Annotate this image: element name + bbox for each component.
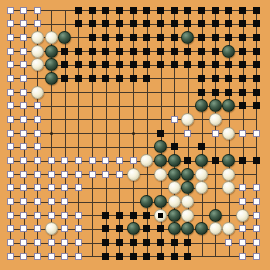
white-territory-marker	[20, 225, 27, 232]
black-territory-marker	[212, 75, 219, 82]
black-territory-marker	[102, 239, 109, 246]
black-stone	[195, 222, 208, 235]
white-territory-marker	[253, 198, 260, 205]
white-territory-marker	[7, 253, 14, 260]
white-territory-marker	[7, 225, 14, 232]
white-territory-marker	[20, 253, 27, 260]
black-territory-marker	[212, 20, 219, 27]
black-stone	[181, 31, 194, 44]
white-territory-marker	[75, 239, 82, 246]
black-territory-marker	[253, 34, 260, 41]
black-territory-marker	[253, 102, 260, 109]
white-stone	[209, 113, 222, 126]
black-territory-marker	[75, 75, 82, 82]
white-territory-marker	[7, 116, 14, 123]
white-territory-marker	[89, 171, 96, 178]
black-territory-marker	[102, 61, 109, 68]
black-stone	[168, 168, 181, 181]
white-territory-marker	[75, 253, 82, 260]
black-territory-marker	[61, 48, 68, 55]
white-territory-marker	[239, 184, 246, 191]
black-territory-marker	[116, 253, 123, 260]
white-territory-marker	[61, 225, 68, 232]
white-territory-marker	[7, 75, 14, 82]
white-stone	[236, 209, 249, 222]
black-stone	[45, 58, 58, 71]
black-territory-marker	[171, 253, 178, 260]
white-territory-marker	[7, 198, 14, 205]
black-territory-marker	[253, 61, 260, 68]
white-stone	[154, 168, 167, 181]
black-territory-marker	[225, 34, 232, 41]
black-territory-marker	[157, 239, 164, 246]
white-stone	[222, 168, 235, 181]
white-territory-marker	[75, 157, 82, 164]
white-stone	[31, 58, 44, 71]
black-territory-marker	[198, 61, 205, 68]
white-territory-marker	[34, 20, 41, 27]
white-territory-marker	[20, 75, 27, 82]
black-territory-marker	[225, 7, 232, 14]
black-territory-marker	[157, 48, 164, 55]
black-stone	[181, 168, 194, 181]
white-territory-marker	[75, 184, 82, 191]
white-territory-marker	[7, 61, 14, 68]
black-stone	[222, 154, 235, 167]
black-territory-marker	[89, 61, 96, 68]
black-territory-marker	[130, 239, 137, 246]
black-stone	[58, 31, 71, 44]
white-territory-marker	[61, 212, 68, 219]
black-territory-marker	[130, 253, 137, 260]
black-territory-marker	[89, 34, 96, 41]
black-territory-marker	[143, 253, 150, 260]
white-stone	[209, 222, 222, 235]
white-territory-marker	[61, 157, 68, 164]
black-territory-marker	[184, 20, 191, 27]
black-territory-marker	[239, 7, 246, 14]
black-territory-marker	[61, 61, 68, 68]
white-territory-marker	[20, 143, 27, 150]
black-stone	[45, 72, 58, 85]
black-stone	[209, 209, 222, 222]
white-territory-marker	[61, 198, 68, 205]
black-territory-marker	[184, 253, 191, 260]
white-territory-marker	[7, 171, 14, 178]
white-stone	[181, 209, 194, 222]
white-territory-marker	[34, 102, 41, 109]
white-territory-marker	[75, 212, 82, 219]
black-territory-marker	[143, 34, 150, 41]
black-territory-marker	[143, 61, 150, 68]
white-territory-marker	[239, 225, 246, 232]
white-territory-marker	[7, 239, 14, 246]
white-territory-marker	[20, 7, 27, 14]
white-territory-marker	[253, 225, 260, 232]
black-territory-marker	[143, 225, 150, 232]
white-territory-marker	[239, 198, 246, 205]
black-territory-marker	[253, 75, 260, 82]
white-stone	[222, 127, 235, 140]
black-territory-marker	[239, 75, 246, 82]
hoshi-dot	[132, 132, 135, 135]
black-territory-marker	[130, 34, 137, 41]
black-territory-marker	[61, 75, 68, 82]
white-territory-marker	[61, 239, 68, 246]
grid-line-horizontal	[10, 147, 257, 148]
black-territory-marker	[198, 89, 205, 96]
white-territory-marker	[7, 157, 14, 164]
black-territory-marker	[89, 20, 96, 27]
black-territory-marker	[157, 7, 164, 14]
black-territory-marker	[116, 48, 123, 55]
hoshi-dot	[50, 132, 53, 135]
white-territory-marker	[102, 157, 109, 164]
black-territory-marker	[75, 7, 82, 14]
white-territory-marker	[212, 130, 219, 137]
white-stone	[181, 195, 194, 208]
white-territory-marker	[48, 212, 55, 219]
black-territory-marker	[198, 48, 205, 55]
white-territory-marker	[34, 171, 41, 178]
black-territory-marker	[116, 7, 123, 14]
white-stone	[195, 181, 208, 194]
black-territory-marker	[253, 89, 260, 96]
white-territory-marker	[225, 239, 232, 246]
black-territory-marker	[102, 225, 109, 232]
white-territory-marker	[20, 48, 27, 55]
black-territory-marker	[157, 253, 164, 260]
white-stone	[222, 181, 235, 194]
black-territory-marker	[116, 225, 123, 232]
black-territory-marker	[184, 61, 191, 68]
black-territory-marker	[198, 143, 205, 150]
white-territory-marker	[253, 184, 260, 191]
white-territory-marker	[34, 7, 41, 14]
black-stone	[181, 222, 194, 235]
white-territory-marker	[7, 89, 14, 96]
black-territory-marker	[130, 48, 137, 55]
black-territory-marker	[157, 130, 164, 137]
white-territory-marker	[20, 130, 27, 137]
black-territory-marker	[171, 239, 178, 246]
black-territory-marker	[143, 75, 150, 82]
white-stone	[222, 222, 235, 235]
black-stone	[181, 181, 194, 194]
black-territory-marker	[143, 212, 150, 219]
white-territory-marker	[171, 116, 178, 123]
black-territory-marker	[75, 20, 82, 27]
white-territory-marker	[7, 48, 14, 55]
white-territory-marker	[34, 116, 41, 123]
black-territory-marker	[239, 157, 246, 164]
white-stone	[31, 31, 44, 44]
black-territory-marker	[253, 48, 260, 55]
white-territory-marker	[34, 130, 41, 137]
white-territory-marker	[34, 157, 41, 164]
black-territory-marker	[171, 61, 178, 68]
white-territory-marker	[116, 171, 123, 178]
black-territory-marker	[225, 89, 232, 96]
white-territory-marker	[20, 89, 27, 96]
black-territory-marker	[212, 61, 219, 68]
black-territory-marker	[157, 20, 164, 27]
black-territory-marker	[75, 61, 82, 68]
black-territory-marker	[130, 212, 137, 219]
black-territory-marker	[89, 7, 96, 14]
black-territory-marker	[253, 157, 260, 164]
white-territory-marker	[20, 157, 27, 164]
white-territory-marker	[253, 253, 260, 260]
black-territory-marker	[239, 89, 246, 96]
black-territory-marker	[75, 48, 82, 55]
black-territory-marker	[102, 212, 109, 219]
black-territory-marker	[212, 34, 219, 41]
black-territory-marker	[239, 61, 246, 68]
white-territory-marker	[7, 143, 14, 150]
white-territory-marker	[48, 239, 55, 246]
black-territory-marker	[198, 34, 205, 41]
white-territory-marker	[61, 184, 68, 191]
black-territory-marker	[184, 48, 191, 55]
white-territory-marker	[20, 116, 27, 123]
black-territory-marker	[116, 20, 123, 27]
white-territory-marker	[239, 239, 246, 246]
white-territory-marker	[34, 198, 41, 205]
black-stone	[168, 222, 181, 235]
black-territory-marker	[130, 61, 137, 68]
go-board[interactable]	[0, 0, 270, 270]
white-territory-marker	[20, 212, 27, 219]
white-territory-marker	[48, 253, 55, 260]
white-territory-marker	[48, 171, 55, 178]
white-territory-marker	[116, 157, 123, 164]
white-territory-marker	[20, 61, 27, 68]
black-territory-marker	[171, 48, 178, 55]
white-territory-marker	[7, 7, 14, 14]
black-territory-marker	[102, 75, 109, 82]
black-stone	[45, 45, 58, 58]
white-territory-marker	[20, 171, 27, 178]
white-territory-marker	[20, 239, 27, 246]
black-stone	[195, 154, 208, 167]
white-territory-marker	[20, 198, 27, 205]
black-territory-marker	[225, 75, 232, 82]
black-territory-marker	[225, 20, 232, 27]
white-territory-marker	[239, 253, 246, 260]
black-territory-marker	[116, 61, 123, 68]
go-client-screenshot	[0, 0, 270, 270]
black-territory-marker	[212, 89, 219, 96]
black-territory-marker	[130, 20, 137, 27]
white-territory-marker	[61, 253, 68, 260]
black-stone	[168, 154, 181, 167]
black-territory-marker	[89, 75, 96, 82]
white-territory-marker	[48, 157, 55, 164]
black-territory-marker	[171, 7, 178, 14]
black-stone	[154, 140, 167, 153]
white-territory-marker	[34, 212, 41, 219]
white-stone	[45, 222, 58, 235]
white-territory-marker	[7, 184, 14, 191]
white-territory-marker	[20, 34, 27, 41]
black-territory-marker	[157, 225, 164, 232]
white-territory-marker	[7, 102, 14, 109]
black-stone	[195, 99, 208, 112]
black-territory-marker	[239, 20, 246, 27]
white-territory-marker	[61, 171, 68, 178]
black-territory-marker	[116, 239, 123, 246]
black-territory-marker	[171, 34, 178, 41]
black-territory-marker	[130, 7, 137, 14]
white-territory-marker	[253, 212, 260, 219]
black-territory-marker	[198, 20, 205, 27]
black-territory-marker	[143, 239, 150, 246]
white-territory-marker	[253, 239, 260, 246]
black-stone	[140, 195, 153, 208]
black-territory-marker	[239, 102, 246, 109]
white-stone	[127, 168, 140, 181]
white-stone	[140, 154, 153, 167]
black-territory-marker	[171, 143, 178, 150]
white-stone	[195, 168, 208, 181]
white-territory-marker	[34, 184, 41, 191]
black-territory-marker	[143, 20, 150, 27]
black-territory-marker	[157, 61, 164, 68]
black-territory-marker	[157, 34, 164, 41]
white-territory-marker	[130, 157, 137, 164]
black-territory-marker	[171, 20, 178, 27]
white-territory-marker	[253, 130, 260, 137]
white-territory-marker	[239, 130, 246, 137]
white-stone	[31, 86, 44, 99]
white-territory-marker	[75, 225, 82, 232]
black-territory-marker	[184, 157, 191, 164]
white-territory-marker	[20, 20, 27, 27]
black-territory-marker	[253, 7, 260, 14]
black-stone	[222, 45, 235, 58]
black-territory-marker	[89, 48, 96, 55]
black-territory-marker	[143, 7, 150, 14]
white-territory-marker	[34, 225, 41, 232]
white-territory-marker	[7, 20, 14, 27]
black-territory-marker	[143, 48, 150, 55]
last-move-marked-white-stone	[154, 209, 167, 222]
white-stone	[181, 113, 194, 126]
black-territory-marker	[239, 48, 246, 55]
last-move-marker-square	[158, 213, 163, 218]
black-stone	[154, 195, 167, 208]
black-territory-marker	[184, 239, 191, 246]
black-territory-marker	[102, 20, 109, 27]
white-territory-marker	[48, 198, 55, 205]
white-stone	[168, 181, 181, 194]
white-stone	[31, 45, 44, 58]
white-territory-marker	[48, 184, 55, 191]
white-territory-marker	[184, 130, 191, 137]
black-territory-marker	[253, 20, 260, 27]
white-territory-marker	[7, 212, 14, 219]
white-territory-marker	[75, 171, 82, 178]
black-territory-marker	[212, 48, 219, 55]
black-stone	[154, 154, 167, 167]
white-territory-marker	[34, 143, 41, 150]
black-territory-marker	[116, 75, 123, 82]
black-territory-marker	[184, 7, 191, 14]
white-territory-marker	[34, 239, 41, 246]
black-territory-marker	[198, 75, 205, 82]
black-territory-marker	[239, 34, 246, 41]
black-territory-marker	[130, 75, 137, 82]
black-territory-marker	[212, 7, 219, 14]
black-territory-marker	[102, 7, 109, 14]
black-territory-marker	[102, 253, 109, 260]
white-territory-marker	[89, 157, 96, 164]
black-territory-marker	[225, 61, 232, 68]
white-stone	[168, 195, 181, 208]
white-territory-marker	[7, 130, 14, 137]
white-territory-marker	[20, 184, 27, 191]
white-territory-marker	[7, 34, 14, 41]
black-territory-marker	[102, 34, 109, 41]
white-stone	[45, 31, 58, 44]
black-stone	[127, 222, 140, 235]
white-territory-marker	[34, 253, 41, 260]
black-territory-marker	[116, 212, 123, 219]
black-stone	[168, 209, 181, 222]
black-territory-marker	[212, 157, 219, 164]
black-stone	[209, 99, 222, 112]
black-territory-marker	[102, 48, 109, 55]
white-territory-marker	[102, 171, 109, 178]
black-territory-marker	[116, 34, 123, 41]
black-territory-marker	[198, 7, 205, 14]
white-territory-marker	[20, 102, 27, 109]
black-stone	[222, 99, 235, 112]
